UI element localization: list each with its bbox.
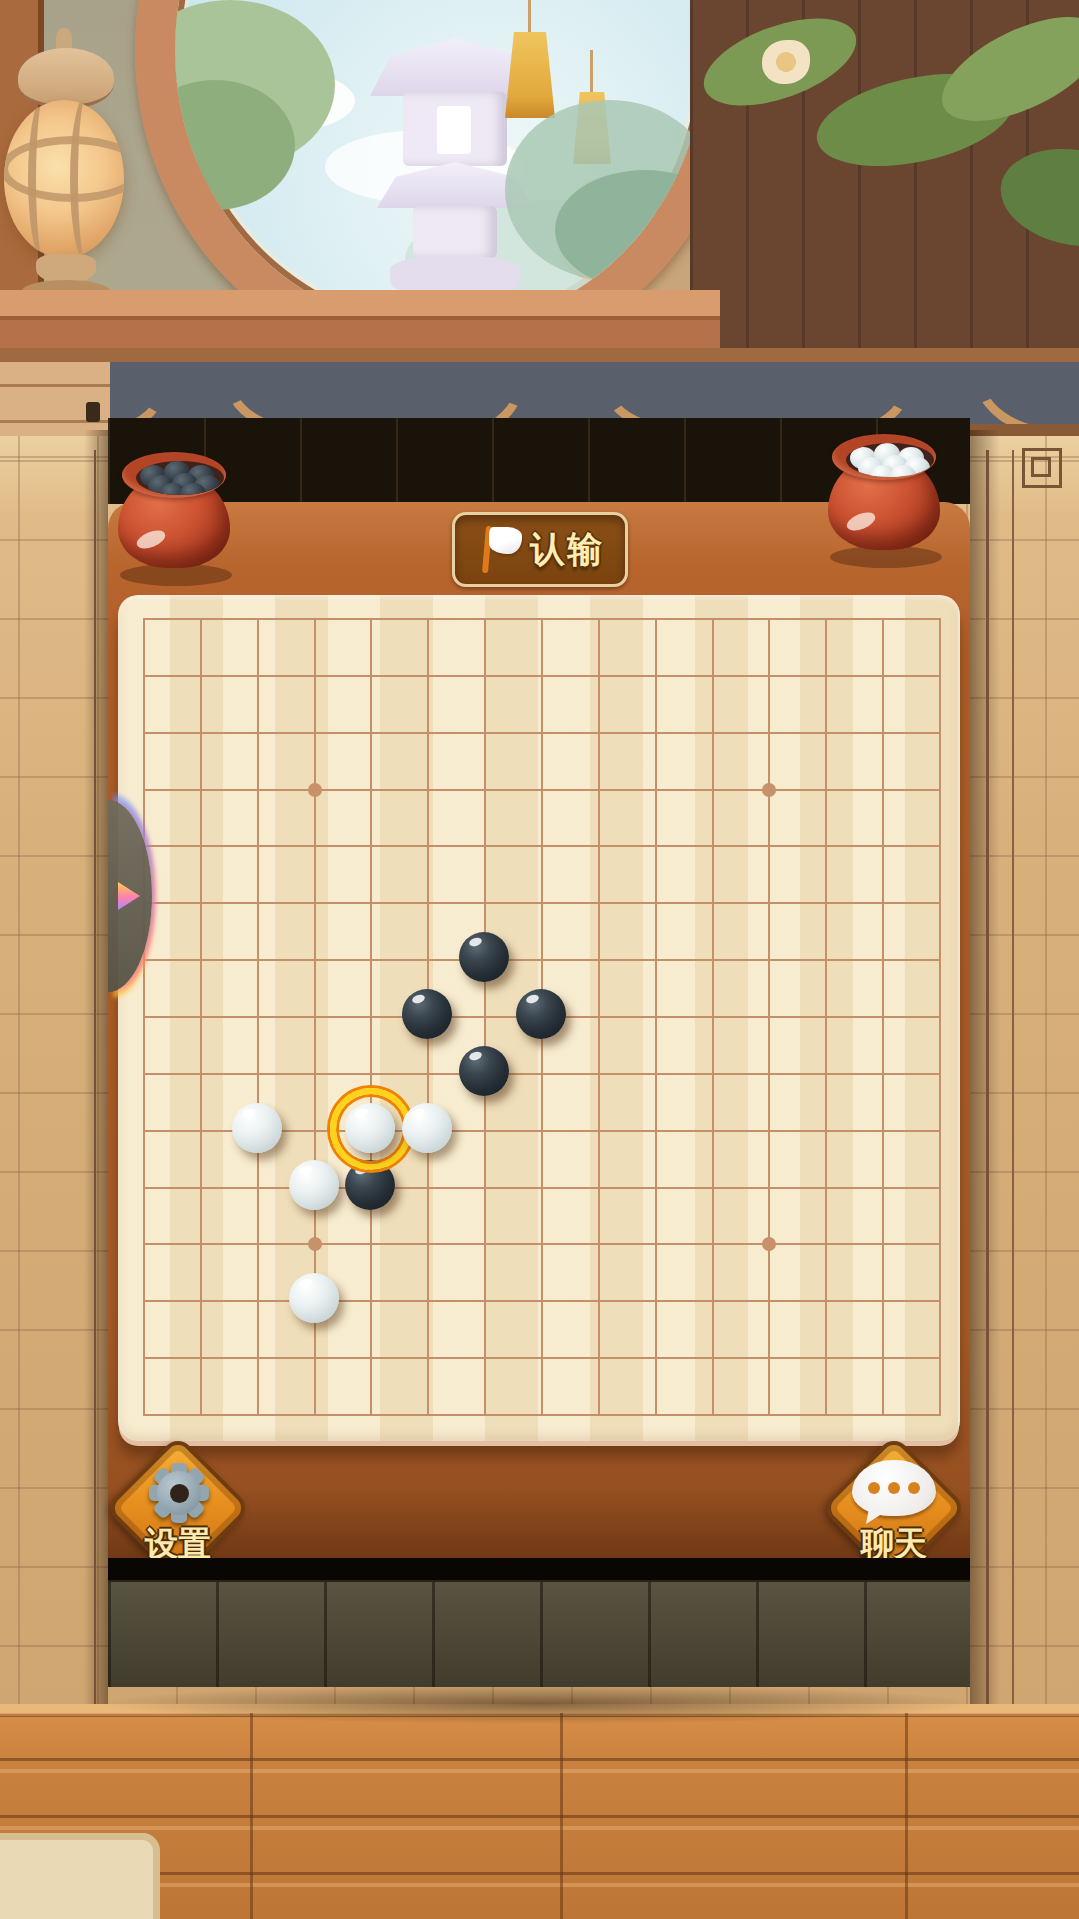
wall-pattern-swirl (217, 362, 343, 424)
white-stone (289, 1160, 339, 1210)
bottom-dark-band (108, 1580, 970, 1687)
white-stone (345, 1103, 395, 1153)
wood-floor (0, 1704, 1079, 1919)
board-grid[interactable] (143, 618, 941, 1416)
gear-hole (170, 1484, 189, 1503)
bubble-dot (888, 1482, 900, 1494)
star-point (308, 783, 322, 797)
white-stone (289, 1273, 339, 1323)
resign-button[interactable]: 认输 (452, 512, 628, 587)
bell-cord (590, 50, 593, 94)
black-stone (459, 932, 509, 982)
flower (762, 40, 810, 84)
dresser-knob (86, 402, 100, 422)
bell-cord (528, 0, 531, 34)
white-stone-bowl (826, 430, 944, 600)
gear-icon (140, 1454, 218, 1532)
bowl-stones-white (846, 443, 934, 477)
white-stone (232, 1103, 282, 1153)
lantern-globe (4, 100, 124, 258)
speech-bubble-icon (852, 1460, 936, 1522)
floor-seam (560, 1713, 563, 1919)
wall-pattern-swirl (599, 362, 720, 424)
white-stone (402, 1103, 452, 1153)
dresser-shelf (0, 384, 110, 387)
table-corner-ornament (1022, 448, 1062, 488)
star-point (762, 783, 776, 797)
shadow (970, 430, 1000, 1704)
star-point (762, 1237, 776, 1251)
floor-seam (250, 1713, 253, 1919)
black-stone-bowl (116, 448, 234, 618)
pagoda-body (403, 92, 507, 166)
bowl-rim (832, 434, 936, 480)
bottom-black-strip (108, 1558, 970, 1580)
floor-seam (905, 1713, 908, 1919)
gomoku-game-screen: 认输 设置 聊天 (108, 418, 970, 1685)
bowl-stones-black (136, 461, 224, 495)
wainscot-band (0, 362, 1079, 424)
wall-beam (0, 348, 1079, 362)
shadow (96, 1684, 982, 1724)
shadow (84, 430, 108, 1704)
wall-pattern-swirl (967, 362, 1079, 424)
golden-bell (505, 32, 555, 118)
pagoda-body (413, 206, 497, 258)
gomoku-board (118, 595, 960, 1441)
star-point (308, 1237, 322, 1251)
flag-cloth (489, 527, 522, 554)
wall-pattern-swirl (406, 362, 534, 424)
black-stone (516, 989, 566, 1039)
pagoda-window (437, 106, 471, 154)
lantern-cap (18, 48, 114, 108)
wall-pattern-swirl (792, 362, 917, 424)
black-stone (459, 1046, 509, 1096)
white-flag-icon (476, 523, 522, 577)
table-frame-line (1012, 450, 1014, 1704)
floor-mat (0, 1833, 160, 1919)
resign-label: 认输 (530, 526, 604, 573)
bubble-dot (868, 1482, 880, 1494)
black-stone (402, 989, 452, 1039)
bowl-rim (122, 452, 226, 498)
bubble-dot (908, 1482, 920, 1494)
window-sill (0, 290, 720, 320)
pagoda-base (390, 256, 520, 290)
lantern-rib (4, 136, 124, 202)
right-arrow-icon (118, 882, 140, 910)
dresser (0, 362, 110, 436)
